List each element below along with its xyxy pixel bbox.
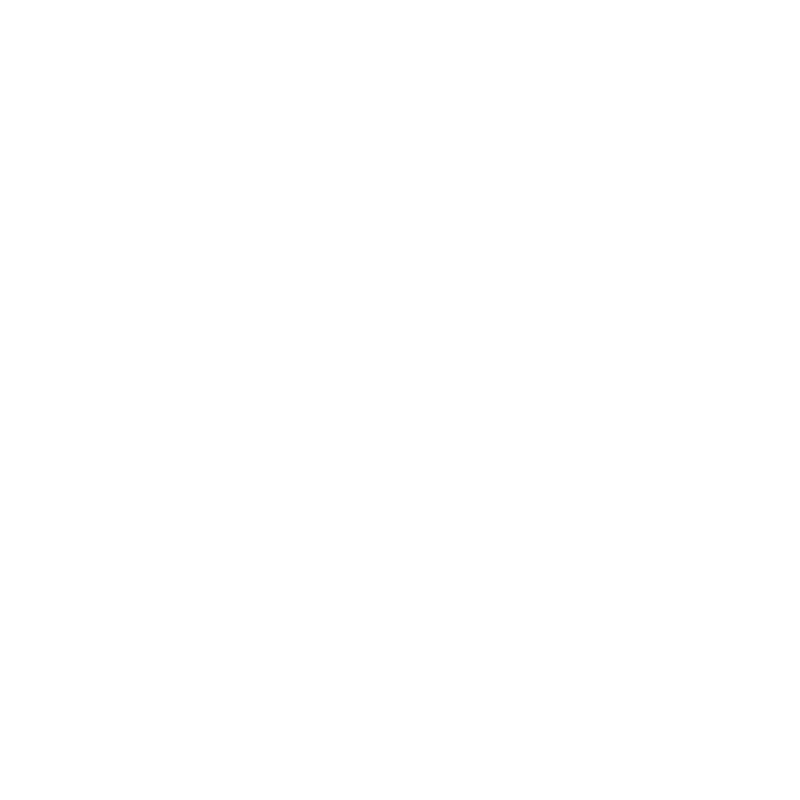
product-photo: [0, 0, 800, 800]
backgammon-case-scene: [0, 0, 800, 800]
